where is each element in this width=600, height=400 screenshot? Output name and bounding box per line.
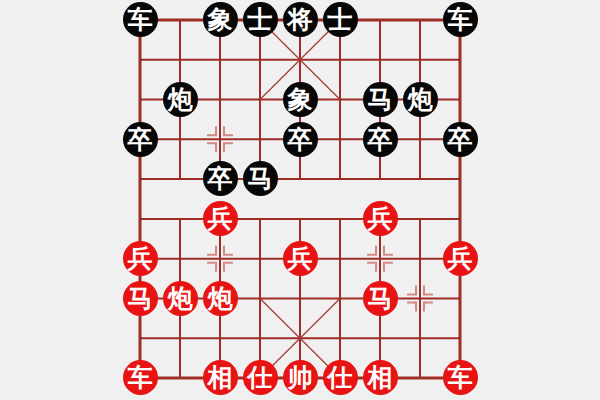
piece-black-soldier[interactable]: 卒: [363, 122, 398, 157]
board-cell: 炮: [400, 80, 440, 120]
board-cell: 仕: [240, 358, 280, 398]
board-cell: 车: [440, 358, 480, 398]
board-cell: 炮: [200, 278, 240, 318]
piece-red-soldier[interactable]: 兵: [283, 241, 318, 276]
board-cell: 卒: [360, 119, 400, 159]
piece-black-soldier[interactable]: 卒: [203, 161, 238, 196]
board-cell: 帅: [280, 358, 320, 398]
piece-red-elephant[interactable]: 相: [203, 360, 238, 395]
piece-red-chariot[interactable]: 车: [443, 360, 478, 395]
piece-red-soldier[interactable]: 兵: [123, 241, 158, 276]
board-cell: 兵: [120, 239, 160, 279]
piece-black-soldier[interactable]: 卒: [443, 122, 478, 157]
piece-black-elephant[interactable]: 象: [283, 82, 318, 117]
piece-black-general[interactable]: 将: [283, 2, 318, 37]
piece-red-soldier[interactable]: 兵: [443, 241, 478, 276]
board-cell: 马: [120, 278, 160, 318]
piece-black-soldier[interactable]: 卒: [283, 122, 318, 157]
board-cell: 马: [360, 80, 400, 120]
board-cell: 卒: [440, 119, 480, 159]
board-cell: 马: [360, 278, 400, 318]
board-cell: 马: [240, 159, 280, 199]
board-cell: 士: [320, 0, 360, 40]
board-cell: 卒: [280, 119, 320, 159]
board-cell: 车: [120, 358, 160, 398]
piece-red-horse[interactable]: 马: [363, 281, 398, 316]
piece-black-chariot[interactable]: 车: [443, 2, 478, 37]
board-cell: 士: [240, 0, 280, 40]
piece-red-chariot[interactable]: 车: [123, 360, 158, 395]
board-cell: 象: [280, 80, 320, 120]
board-cell: 兵: [200, 199, 240, 239]
board-cell: 相: [360, 358, 400, 398]
board-cell: 车: [440, 0, 480, 40]
piece-black-cannon[interactable]: 炮: [403, 82, 438, 117]
piece-black-elephant[interactable]: 象: [203, 2, 238, 37]
piece-black-advisor[interactable]: 士: [243, 2, 278, 37]
piece-red-cannon[interactable]: 炮: [203, 281, 238, 316]
piece-red-horse[interactable]: 马: [123, 281, 158, 316]
piece-black-horse[interactable]: 马: [363, 82, 398, 117]
piece-red-soldier[interactable]: 兵: [363, 201, 398, 236]
piece-black-advisor[interactable]: 士: [323, 2, 358, 37]
board-cell: 兵: [360, 199, 400, 239]
board-cell: 象: [200, 0, 240, 40]
piece-red-elephant[interactable]: 相: [363, 360, 398, 395]
board-cell: 卒: [200, 159, 240, 199]
board-cell: 卒: [120, 119, 160, 159]
board-cell: 将: [280, 0, 320, 40]
piece-black-soldier[interactable]: 卒: [123, 122, 158, 157]
board-cell: 车: [120, 0, 160, 40]
piece-red-cannon[interactable]: 炮: [163, 281, 198, 316]
piece-red-soldier[interactable]: 兵: [203, 201, 238, 236]
piece-red-advisor[interactable]: 仕: [323, 360, 358, 395]
board-cell: 兵: [280, 239, 320, 279]
board-cell: 炮: [160, 278, 200, 318]
piece-black-cannon[interactable]: 炮: [163, 82, 198, 117]
board-cell: 炮: [160, 80, 200, 120]
piece-black-horse[interactable]: 马: [243, 161, 278, 196]
piece-red-advisor[interactable]: 仕: [243, 360, 278, 395]
board-cell: 仕: [320, 358, 360, 398]
xiangqi-board: 车象士将士车炮象马炮卒卒卒卒卒马兵兵兵兵兵马炮炮马车相仕帅仕相车: [0, 0, 600, 400]
piece-red-general[interactable]: 帅: [283, 360, 318, 395]
board-cell: 兵: [440, 239, 480, 279]
piece-black-chariot[interactable]: 车: [123, 2, 158, 37]
board-cell: 相: [200, 358, 240, 398]
board-intersections[interactable]: 车象士将士车炮象马炮卒卒卒卒卒马兵兵兵兵兵马炮炮马车相仕帅仕相车: [120, 0, 480, 398]
